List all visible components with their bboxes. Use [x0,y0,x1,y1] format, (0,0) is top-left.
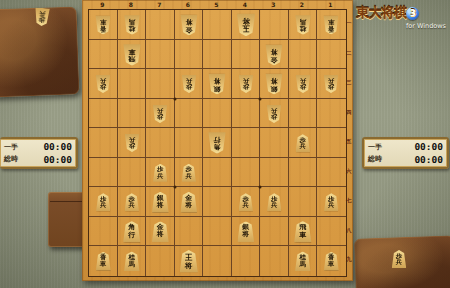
square-2-7[interactable] [289,187,318,217]
square-4-4[interactable] [232,99,261,129]
piece-kanji: 馬 [129,261,135,267]
left-move-time-value: 00:00 [43,141,72,152]
piece-kanji: 兵 [328,78,334,84]
square-3-8[interactable] [260,217,289,247]
rank-label-1: 一 [345,9,354,39]
piece-kanji: 将 [242,18,249,25]
square-6-2[interactable] [175,40,204,70]
square-8-6[interactable] [118,158,147,188]
left-total-time-label: 総時 [4,154,18,164]
square-9-5[interactable] [89,128,118,158]
square-3-5[interactable] [260,128,289,158]
piece-kanji: 兵 [271,107,277,113]
piece-kanji: 兵 [300,143,306,149]
piece-kanji: 兵 [328,202,334,208]
piece-kanji: 歩 [157,114,163,120]
piece-kanji: 歩 [271,114,277,120]
piece-kanji: 歩 [186,84,192,90]
piece-kanji: 兵 [186,78,192,84]
hoshi-dot [173,97,176,100]
file-label-6: 6 [174,0,203,9]
piece-kanji: 香 [328,25,334,31]
square-6-5[interactable] [175,128,204,158]
right-move-time-label: 一手 [368,142,382,152]
piece-kanji: 車 [100,19,106,25]
hoshi-dot [259,97,262,100]
piece-kanji: 玉 [242,25,249,32]
square-7-5[interactable] [146,128,175,158]
app-logo: 東大将棋3 for Windows [356,2,449,28]
file-label-5: 5 [202,0,231,9]
piece-kanji: 馬 [300,261,306,267]
logo-subtitle: for Windows [406,22,446,30]
square-3-9[interactable] [260,246,289,276]
piece-kanji: 将 [214,77,221,84]
square-5-2[interactable] [203,40,232,70]
clock-panel-right: 一手 00:00 総時 00:00 [362,137,449,169]
square-1-6[interactable] [317,158,346,188]
left-move-time-label: 一手 [4,142,18,152]
square-5-1[interactable] [203,10,232,40]
square-3-1[interactable] [260,10,289,40]
square-6-8[interactable] [175,217,204,247]
square-5-7[interactable] [203,187,232,217]
rank-label-2: 二 [345,39,354,69]
piece-kanji: 将 [271,77,278,84]
piece-kanji: 将 [157,232,164,239]
piece-kanji: 金 [185,25,192,32]
piece-kanji: 兵 [129,137,135,143]
piece-kanji: 銀 [271,84,278,91]
rank-label-9: 九 [345,245,354,275]
piece-kanji: 車 [128,48,135,55]
piece-kanji: 車 [100,261,106,267]
piece-kanji: 将 [185,18,192,25]
square-1-4[interactable] [317,99,346,129]
square-9-8[interactable] [89,217,118,247]
piece-kanji: 角 [214,143,221,150]
piece-kanji: 兵 [100,78,106,84]
piece-kanji: 兵 [396,259,402,265]
square-7-9[interactable] [146,246,175,276]
piece-kanji: 将 [185,261,192,268]
piece-kanji: 歩 [300,84,306,90]
square-9-6[interactable] [89,158,118,188]
square-3-6[interactable] [260,158,289,188]
piece-kanji: 兵 [129,202,135,208]
file-label-4: 4 [231,0,260,9]
rank-label-6: 六 [345,157,354,187]
square-4-9[interactable] [232,246,261,276]
hoshi-dot [259,186,262,189]
hoshi-dot [173,186,176,189]
piece-kanji: 飛 [128,55,135,62]
piece-kanji: 兵 [100,202,106,208]
file-label-3: 3 [259,0,288,9]
piece-kanji: 兵 [300,78,306,84]
piece-kanji: 車 [328,19,334,25]
piece-kanji: 桂 [300,25,306,31]
piece-kanji: 兵 [39,11,46,18]
shogi-app-window: { "game": "shogi", "app": { "logo_title"… [0,0,450,288]
piece-kanji: 桂 [129,25,135,31]
square-5-8[interactable] [203,217,232,247]
piece-kanji: 歩 [328,84,334,90]
rank-label-4: 四 [345,98,354,128]
piece-kanji: 歩 [129,143,135,149]
rank-label-5: 五 [345,127,354,157]
square-6-4[interactable] [175,99,204,129]
right-total-time-value: 00:00 [414,154,443,165]
piece-kanji: 兵 [157,173,163,179]
right-move-time-value: 00:00 [414,141,443,152]
piece-kanji: 車 [328,261,334,267]
piece-kanji: 将 [185,202,192,209]
square-5-4[interactable] [203,99,232,129]
square-1-8[interactable] [317,217,346,247]
piece-kanji: 将 [271,48,278,55]
square-9-4[interactable] [89,99,118,129]
square-1-2[interactable] [317,40,346,70]
piece-kanji: 兵 [271,202,277,208]
rank-label-3: 三 [345,68,354,98]
piece-kanji: 銀 [214,84,221,91]
piece-kanji: 行 [128,232,135,239]
piece-kanji: 車 [299,232,306,239]
board-grid[interactable]: 香車桂馬金将玉将桂馬香車飛車金将歩兵歩兵銀将歩兵銀将歩兵歩兵歩兵歩兵歩兵角行歩兵… [88,9,347,277]
board-frame: 香車桂馬金将玉将桂馬香車飛車金将歩兵歩兵銀将歩兵銀将歩兵歩兵歩兵歩兵歩兵角行歩兵… [82,0,353,281]
square-2-2[interactable] [289,40,318,70]
piece-kanji: 兵 [243,202,249,208]
piece-kanji: 行 [214,136,221,143]
square-8-4[interactable] [118,99,147,129]
file-label-8: 8 [117,0,146,9]
file-label-7: 7 [145,0,174,9]
square-8-3[interactable] [118,69,147,99]
clock-panel-left: 一手 00:00 総時 00:00 [0,137,78,169]
square-4-2[interactable] [232,40,261,70]
piece-kanji: 将 [157,202,164,209]
square-9-2[interactable] [89,40,118,70]
file-label-2: 2 [288,0,317,9]
square-7-1[interactable] [146,10,175,40]
piece-kanji: 兵 [186,173,192,179]
piece-kanji: 馬 [129,19,135,25]
piece-kanji: 王 [185,254,192,261]
square-4-6[interactable] [232,158,261,188]
square-4-5[interactable] [232,128,261,158]
file-label-1: 1 [316,0,345,9]
piece-kanji: 兵 [243,78,249,84]
piece-kanji: 香 [100,25,106,31]
square-7-2[interactable] [146,40,175,70]
logo-title: 東大将棋3 [356,4,419,20]
rank-label-7: 七 [345,186,354,216]
logo-ball-icon: 3 [406,7,419,20]
file-label-9: 9 [88,0,117,9]
right-total-time-label: 総時 [368,154,382,164]
piece-kanji: 馬 [300,19,306,25]
piece-kanji: 歩 [243,84,249,90]
square-5-9[interactable] [203,246,232,276]
square-1-5[interactable] [317,128,346,158]
piece-kanji: 歩 [100,84,106,90]
piece-kanji: 将 [242,232,249,239]
piece-kanji: 兵 [157,107,163,113]
square-5-6[interactable] [203,158,232,188]
square-2-4[interactable] [289,99,318,129]
left-total-time-value: 00:00 [43,154,72,165]
square-2-6[interactable] [289,158,318,188]
square-7-3[interactable] [146,69,175,99]
rank-label-8: 八 [345,216,354,246]
piece-kanji: 金 [271,55,278,62]
